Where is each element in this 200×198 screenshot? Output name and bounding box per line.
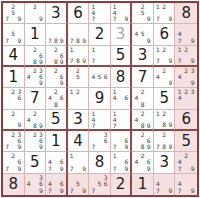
candidate-marks: 2679	[4, 153, 23, 171]
candidate-1: 1	[112, 153, 118, 159]
candidate-7: 7	[90, 123, 96, 129]
cell-r9c5[interactable]: 3567	[89, 174, 111, 195]
given-digit: 8	[3, 174, 24, 195]
candidate-marks: 29	[4, 111, 23, 128]
given-digit: 1	[132, 174, 153, 195]
candidate-marks: 1279	[176, 47, 196, 64]
candidate-4: 4	[26, 181, 32, 187]
cell-r6c5[interactable]: 147	[89, 110, 111, 131]
cell-r6c9[interactable]: 6	[175, 110, 197, 131]
cell-r3c1[interactable]: 4	[3, 46, 25, 67]
given-digit: 3	[46, 3, 66, 23]
candidate-9: 9	[16, 16, 22, 22]
cell-r4c4[interactable]: 25	[68, 67, 90, 88]
cell-r5c6[interactable]: 146	[111, 88, 133, 109]
candidate-marks: 1279	[155, 47, 174, 64]
cell-r1c7[interactable]: 259	[132, 3, 154, 24]
user-digit: 3	[111, 24, 131, 44]
candidate-marks: 1789	[69, 47, 88, 64]
candidate-6: 6	[103, 138, 109, 144]
cell-r7c2[interactable]: 2369	[25, 131, 47, 152]
given-digit: 4	[68, 131, 89, 151]
candidate-marks: 179	[69, 153, 88, 171]
candidate-4: 4	[155, 74, 161, 80]
candidate-9: 9	[146, 38, 152, 44]
cell-r4c6[interactable]: 8	[111, 67, 133, 88]
candidate-9: 9	[16, 144, 22, 150]
candidate-marks: 2489	[26, 111, 45, 128]
cell-r3c7[interactable]: 3	[132, 46, 154, 67]
candidate-4: 4	[112, 95, 118, 101]
candidate-7: 7	[90, 144, 96, 150]
cell-r7c1[interactable]: 23679	[3, 131, 25, 152]
cell-r7c6[interactable]: 679	[111, 131, 133, 152]
candidate-marks: 248	[133, 89, 152, 107]
cell-r9c4[interactable]: 579	[68, 174, 90, 195]
candidate-3: 3	[189, 89, 196, 95]
candidate-4: 4	[176, 74, 183, 80]
candidate-marks: 259	[133, 4, 152, 22]
cell-r7c8[interactable]: 2789	[154, 131, 176, 152]
candidate-marks: 2479	[176, 153, 196, 171]
candidate-2: 2	[161, 132, 167, 138]
candidate-marks: 2789	[155, 132, 174, 150]
candidate-9: 9	[81, 188, 87, 194]
cell-r5c2[interactable]: 7	[25, 88, 47, 109]
given-digit: 7	[25, 88, 46, 108]
candidate-8: 8	[53, 102, 59, 108]
candidate-9: 9	[189, 188, 196, 194]
cell-r3c2[interactable]: 2689	[25, 46, 47, 67]
cell-r9c6[interactable]: 2	[111, 174, 133, 195]
candidate-2: 2	[10, 111, 16, 117]
cell-r5c4[interactable]: 12	[68, 88, 90, 109]
candidate-marks: 479	[176, 25, 196, 43]
candidate-1: 1	[90, 47, 96, 53]
cell-r5c1[interactable]: 236	[3, 88, 25, 109]
candidate-marks: 146	[112, 89, 130, 107]
candidate-marks: 479	[176, 175, 196, 194]
candidate-9: 9	[16, 38, 22, 44]
cell-r8c3[interactable]: 4679	[46, 152, 68, 173]
candidate-3: 3	[189, 68, 196, 74]
candidate-7: 7	[4, 16, 10, 22]
given-digit: 2	[89, 24, 110, 44]
candidate-marks: 2689	[47, 47, 65, 64]
candidate-marks: 2468	[47, 89, 65, 107]
candidate-9: 9	[59, 80, 65, 86]
candidate-7: 7	[155, 58, 161, 64]
candidate-2: 2	[161, 68, 167, 74]
candidate-9: 9	[38, 123, 44, 129]
candidate-9: 9	[38, 16, 44, 22]
cell-r3c3[interactable]: 2689	[46, 46, 68, 67]
candidate-2: 2	[161, 47, 167, 53]
candidate-7: 7	[112, 123, 118, 129]
given-digit: 1	[3, 67, 24, 87]
cell-r9c9[interactable]: 479	[175, 174, 197, 195]
candidate-marks: 2689	[26, 47, 45, 64]
candidate-marks: 147	[112, 111, 130, 128]
cell-r2c3[interactable]: 789	[46, 24, 68, 45]
candidate-marks: 25	[69, 68, 88, 86]
candidate-marks: 1289	[155, 111, 174, 128]
given-digit: 8	[111, 67, 131, 87]
cell-r6c4[interactable]: 3	[68, 110, 90, 131]
cell-r9c2[interactable]: 3469	[25, 174, 47, 195]
given-digit: 9	[89, 88, 110, 108]
cell-r6c6[interactable]: 147	[111, 110, 133, 131]
given-digit: 8	[89, 152, 110, 172]
cell-r1c9[interactable]: 8	[175, 3, 197, 24]
candidate-9: 9	[189, 166, 196, 172]
cell-r6c7[interactable]: 2489	[132, 110, 154, 131]
candidate-7: 7	[47, 188, 53, 194]
cell-r8c5[interactable]: 8	[89, 152, 111, 173]
cell-r2c6[interactable]: 3	[111, 24, 133, 45]
cell-r5c8[interactable]: 5	[154, 88, 176, 109]
candidate-9: 9	[59, 59, 65, 65]
cell-r4c7[interactable]: 7	[132, 67, 154, 88]
candidate-marks: 147	[90, 4, 109, 22]
candidate-9: 9	[167, 122, 173, 128]
candidate-9: 9	[16, 166, 22, 172]
candidate-8: 8	[140, 102, 146, 108]
cell-r9c7[interactable]: 1	[132, 174, 154, 195]
candidate-9: 9	[123, 144, 129, 150]
candidate-7: 7	[112, 16, 118, 22]
candidate-4: 4	[26, 74, 32, 80]
candidate-5: 5	[75, 74, 81, 80]
candidate-marks: 2689	[133, 132, 152, 150]
candidate-9: 9	[146, 144, 152, 150]
candidate-7: 7	[47, 166, 53, 172]
cell-r8c1[interactable]: 2679	[3, 152, 25, 173]
cell-r5c9[interactable]: 1234	[175, 88, 197, 109]
candidate-6: 6	[123, 95, 129, 101]
candidate-4: 4	[176, 95, 183, 101]
given-digit: 6	[175, 110, 197, 129]
cell-r1c5[interactable]: 147	[89, 3, 111, 24]
given-digit: 5	[111, 46, 131, 65]
candidate-7: 7	[155, 16, 161, 22]
candidate-6: 6	[59, 95, 65, 101]
candidate-6: 6	[16, 95, 22, 101]
cell-r4c9[interactable]: 2349	[175, 67, 197, 88]
given-digit: 5	[25, 152, 46, 172]
cell-r3c4[interactable]: 1789	[68, 46, 90, 67]
candidate-9: 9	[59, 166, 65, 172]
cell-r2c4[interactable]: 789	[68, 24, 90, 45]
candidate-2: 2	[75, 89, 81, 95]
cell-r5c3[interactable]: 2468	[46, 88, 68, 109]
candidate-7: 7	[90, 16, 96, 22]
given-digit: 1	[25, 24, 46, 44]
cell-r8c8[interactable]: 3	[154, 152, 176, 173]
candidate-marks: 1479	[112, 4, 130, 22]
cell-r7c5[interactable]: 367	[89, 131, 111, 152]
candidate-marks: 269	[47, 68, 65, 86]
candidate-marks: 789	[69, 25, 88, 43]
cell-r2c7[interactable]: 459	[132, 24, 154, 45]
cell-r1c1[interactable]: 2579	[3, 3, 25, 24]
cell-r8c9[interactable]: 2479	[175, 152, 197, 173]
cell-r8c7[interactable]: 2469	[132, 152, 154, 173]
candidate-9: 9	[123, 166, 129, 172]
candidate-9: 9	[189, 38, 196, 44]
cell-r8c2[interactable]: 5	[25, 152, 47, 173]
candidate-marks: 12	[69, 89, 88, 107]
candidate-2: 2	[183, 153, 190, 159]
cell-r5c7[interactable]: 248	[132, 88, 154, 109]
cell-r1c2[interactable]: 29	[25, 3, 47, 24]
cell-r3c9[interactable]: 1279	[175, 46, 197, 67]
given-digit: 8	[175, 3, 197, 23]
candidate-marks: 2469	[133, 153, 152, 171]
candidate-9: 9	[81, 58, 87, 64]
candidate-7: 7	[90, 188, 96, 194]
candidate-marks: 147	[90, 111, 109, 128]
candidate-7: 7	[90, 58, 96, 64]
candidate-marks: 789	[47, 25, 65, 43]
cell-r9c3[interactable]: 4679	[46, 174, 68, 195]
candidate-marks: 679	[112, 132, 130, 150]
candidate-9: 9	[189, 80, 196, 86]
cell-r4c8[interactable]: 249	[154, 67, 176, 88]
candidate-7: 7	[176, 38, 183, 44]
candidate-2: 2	[32, 111, 38, 117]
candidate-1: 1	[69, 47, 75, 53]
candidate-marks: 456	[90, 68, 109, 86]
cell-r7c3[interactable]: 1	[46, 131, 68, 152]
cell-r2c8[interactable]: 6	[154, 24, 176, 45]
cell-r1c4[interactable]: 6	[68, 3, 90, 24]
cell-r4c2[interactable]: 23469	[25, 67, 47, 88]
cell-r6c2[interactable]: 2489	[25, 110, 47, 131]
cell-r3c5[interactable]: 17	[89, 46, 111, 67]
candidate-6: 6	[103, 74, 109, 80]
candidate-marks: 579	[69, 175, 88, 194]
cell-r2c1[interactable]: 579	[3, 24, 25, 45]
cell-r8c4[interactable]: 179	[68, 152, 90, 173]
cell-r2c5[interactable]: 2	[89, 24, 111, 45]
cell-r7c4[interactable]: 4	[68, 131, 90, 152]
candidate-9: 9	[167, 80, 173, 86]
candidate-marks: 2579	[4, 4, 23, 22]
cell-r7c7[interactable]: 2689	[132, 131, 154, 152]
cell-r1c3[interactable]: 3	[46, 3, 68, 24]
given-digit: 5	[154, 88, 175, 108]
cell-r8c6[interactable]: 1679	[111, 152, 133, 173]
candidate-9: 9	[167, 188, 173, 194]
candidate-marks: 249	[155, 68, 174, 86]
candidate-9: 9	[167, 58, 173, 64]
candidate-1: 1	[69, 153, 75, 159]
candidate-marks: 3469	[26, 175, 45, 194]
candidate-4: 4	[133, 159, 139, 165]
candidate-6: 6	[103, 181, 109, 187]
cell-r7c9[interactable]: 5	[175, 131, 197, 152]
sudoku-board: 2579293614714792591279857917897892345964…	[1, 1, 199, 197]
cell-r6c1[interactable]: 29	[3, 110, 25, 131]
candidate-2: 2	[140, 89, 146, 95]
candidate-7: 7	[112, 144, 118, 150]
cell-r1c8[interactable]: 1279	[154, 3, 176, 24]
candidate-9: 9	[146, 16, 152, 22]
candidate-7: 7	[4, 166, 10, 172]
candidate-9: 9	[38, 144, 44, 150]
cell-r4c5[interactable]: 456	[89, 67, 111, 88]
candidate-2: 2	[161, 4, 167, 10]
candidate-7: 7	[176, 166, 183, 172]
given-digit: 3	[132, 46, 153, 65]
cell-r1c6[interactable]: 1479	[111, 3, 133, 24]
cell-r3c8[interactable]: 1279	[154, 46, 176, 67]
cell-r3c6[interactable]: 5	[111, 46, 133, 67]
candidate-marks: 23679	[4, 132, 23, 150]
cell-r6c3[interactable]: 5	[46, 110, 68, 131]
candidate-9: 9	[189, 58, 196, 64]
candidate-2: 2	[161, 111, 167, 117]
given-digit: 7	[132, 67, 153, 87]
candidate-9: 9	[59, 38, 65, 44]
candidate-marks: 4679	[47, 153, 65, 171]
cell-r4c3[interactable]: 269	[46, 67, 68, 88]
candidate-7: 7	[4, 144, 10, 150]
candidate-7: 7	[176, 188, 183, 194]
candidate-marks: 1279	[155, 4, 174, 22]
candidate-9: 9	[167, 16, 173, 22]
candidate-9: 9	[38, 80, 44, 86]
candidate-2: 2	[140, 111, 146, 117]
candidate-2: 2	[183, 47, 190, 53]
candidate-marks: 17	[90, 47, 109, 64]
candidate-9: 9	[123, 16, 129, 22]
candidate-7: 7	[155, 188, 161, 194]
given-digit: 5	[175, 131, 197, 151]
candidate-9: 9	[38, 188, 44, 194]
candidate-7: 7	[69, 188, 75, 194]
candidate-9: 9	[38, 59, 44, 65]
candidate-marks: 236	[4, 89, 23, 107]
cell-r9c8[interactable]: 479	[154, 174, 176, 195]
candidate-marks: 367	[90, 132, 109, 150]
candidate-marks: 2489	[133, 111, 152, 128]
candidate-9: 9	[81, 38, 87, 44]
candidate-marks: 23469	[26, 68, 45, 86]
candidate-marks: 2349	[176, 68, 196, 86]
candidate-marks: 459	[133, 25, 152, 43]
candidate-marks: 3567	[90, 175, 109, 194]
given-digit: 6	[68, 3, 89, 23]
candidate-marks: 2369	[26, 132, 45, 150]
cell-r9c1[interactable]: 8	[3, 174, 25, 195]
candidate-marks: 479	[155, 175, 174, 194]
candidate-marks: 1679	[112, 153, 130, 171]
candidate-9: 9	[146, 166, 152, 172]
candidate-marks: 29	[26, 4, 45, 22]
given-digit: 3	[68, 110, 89, 129]
cell-r6c8[interactable]: 1289	[154, 110, 176, 131]
given-digit: 2	[111, 174, 131, 195]
candidate-marks: 4679	[47, 175, 65, 194]
candidate-7: 7	[69, 166, 75, 172]
candidate-9: 9	[16, 122, 22, 128]
given-digit: 1	[46, 131, 66, 151]
candidate-marks: 579	[4, 25, 23, 43]
candidate-2: 2	[32, 4, 38, 10]
cell-r2c2[interactable]: 1	[25, 24, 47, 45]
candidate-7: 7	[176, 58, 183, 64]
given-digit: 4	[3, 46, 24, 65]
candidate-9: 9	[146, 123, 152, 129]
cell-r5c5[interactable]: 9	[89, 88, 111, 109]
candidate-9: 9	[81, 166, 87, 172]
candidate-7: 7	[112, 166, 118, 172]
given-digit: 5	[46, 110, 66, 129]
candidate-7: 7	[4, 38, 10, 44]
cell-r4c1[interactable]: 1	[3, 67, 25, 88]
candidate-9: 9	[167, 144, 173, 150]
candidate-9: 9	[59, 188, 65, 194]
given-digit: 6	[154, 24, 175, 44]
candidate-marks: 1234	[176, 89, 196, 107]
given-digit: 3	[154, 152, 175, 172]
cell-r2c9[interactable]: 479	[175, 24, 197, 45]
